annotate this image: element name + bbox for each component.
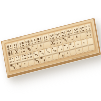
pip-dot <box>11 58 12 60</box>
pip-dot <box>20 49 21 51</box>
domino-tray <box>0 18 101 79</box>
pip-dot <box>87 35 88 37</box>
pip-dot <box>18 57 19 59</box>
pip-dot <box>22 48 23 50</box>
pip-dot <box>88 26 89 28</box>
pip-dot <box>29 50 30 52</box>
pip-dot <box>30 54 31 56</box>
pip-dot <box>32 46 33 48</box>
pip-dot <box>69 44 70 46</box>
pip-dot <box>59 42 60 44</box>
pip-dot <box>85 26 86 28</box>
pip-dot <box>11 54 12 56</box>
pip-dot <box>20 52 21 54</box>
tile-half <box>27 59 33 66</box>
tile-half <box>64 50 70 57</box>
pip-dot <box>61 55 62 57</box>
domino-grid <box>4 22 97 73</box>
pip-dot <box>86 32 87 34</box>
pip-dot <box>89 32 90 34</box>
pip-dot <box>89 35 90 37</box>
pip-dot <box>39 45 40 47</box>
pip-dot <box>51 44 52 46</box>
tile-half <box>33 57 39 64</box>
tile-half <box>15 62 21 69</box>
pip-dot <box>71 39 72 41</box>
pip-dot <box>77 44 78 46</box>
pip-dot <box>15 57 16 59</box>
pip-dot <box>78 50 79 52</box>
pip-dot <box>56 40 57 42</box>
pip-dot <box>27 54 28 56</box>
pip-dot <box>19 66 20 68</box>
pip-dot <box>35 48 36 50</box>
pip-dot <box>63 45 64 47</box>
pip-dot <box>9 59 10 61</box>
pip-dot <box>57 43 58 45</box>
pip-dot <box>65 41 66 43</box>
pip-dot <box>48 57 49 59</box>
pip-dot <box>37 61 38 63</box>
pip-dot <box>58 53 59 55</box>
tile-half <box>76 47 82 54</box>
pip-dot <box>53 44 54 46</box>
tile-half <box>45 54 51 61</box>
pip-dot <box>24 63 25 65</box>
tile-half <box>9 63 15 70</box>
pip-dot <box>14 53 15 55</box>
pip-dot <box>57 47 58 49</box>
pip-dot <box>13 68 14 70</box>
tile-half <box>88 44 94 51</box>
product-photo <box>0 0 101 101</box>
pip-dot <box>8 55 9 57</box>
tile-half <box>21 60 27 67</box>
pip-dot <box>43 60 44 62</box>
pip-dot <box>83 42 84 44</box>
pip-dot <box>40 58 41 60</box>
pip-dot <box>68 37 69 39</box>
pip-dot <box>16 64 17 66</box>
tile-half <box>82 45 88 52</box>
pip-dot <box>58 39 59 41</box>
pip-dot <box>76 36 77 38</box>
tile-half <box>58 51 64 58</box>
pip-dot <box>21 56 22 58</box>
tile-half <box>70 48 76 55</box>
pip-dot <box>66 53 67 55</box>
tile-half <box>52 53 58 60</box>
pip-dot <box>17 53 18 55</box>
pip-dot <box>23 51 24 53</box>
tile-half <box>39 56 45 63</box>
pip-dot <box>24 55 25 57</box>
